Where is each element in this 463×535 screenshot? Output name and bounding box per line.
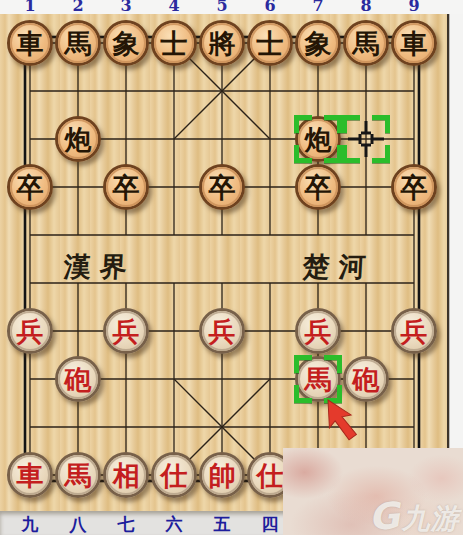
black-piece-將[interactable]: 將 (199, 20, 245, 66)
file-label-bottom: 七 (114, 513, 138, 535)
red-piece-砲[interactable]: 砲 (55, 356, 101, 402)
piece-character: 卒 (17, 174, 44, 201)
piece-character: 卒 (113, 174, 140, 201)
red-piece-兵[interactable]: 兵 (295, 308, 341, 354)
piece-character: 車 (401, 30, 428, 57)
piece-character: 兵 (401, 318, 428, 345)
piece-character: 炮 (65, 126, 92, 153)
black-piece-車[interactable]: 車 (7, 20, 53, 66)
red-piece-帥[interactable]: 帥 (199, 452, 245, 498)
piece-character: 砲 (65, 366, 92, 393)
black-piece-炮[interactable]: 炮 (55, 116, 101, 162)
piece-character: 將 (209, 30, 236, 57)
file-label-top: 9 (404, 0, 424, 14)
piece-character: 兵 (113, 318, 140, 345)
black-piece-象[interactable]: 象 (103, 20, 149, 66)
piece-character: 砲 (353, 366, 380, 393)
file-label-bottom: 四 (258, 513, 282, 535)
river-label-right: 楚河 (302, 249, 388, 279)
file-label-top: 1 (20, 0, 40, 14)
watermark-logo-icon: G (369, 499, 405, 534)
black-piece-士[interactable]: 士 (151, 20, 197, 66)
black-piece-士[interactable]: 士 (247, 20, 293, 66)
red-piece-車[interactable]: 車 (7, 452, 53, 498)
black-piece-卒[interactable]: 卒 (391, 164, 437, 210)
crosshair-cursor-icon (348, 121, 384, 157)
file-label-top: 2 (68, 0, 88, 14)
piece-character: 卒 (305, 174, 332, 201)
watermark-text: 九游 (400, 505, 463, 533)
top-coordinate-strip: 123456789 (0, 0, 463, 14)
file-label-bottom: 五 (210, 513, 234, 535)
piece-character: 士 (161, 30, 188, 57)
file-label-top: 7 (308, 0, 328, 14)
black-piece-卒[interactable]: 卒 (7, 164, 53, 210)
red-piece-仕[interactable]: 仕 (151, 452, 197, 498)
file-label-top: 3 (116, 0, 136, 14)
black-piece-車[interactable]: 車 (391, 20, 437, 66)
piece-character: 士 (257, 30, 284, 57)
piece-character: 車 (17, 30, 44, 57)
piece-character: 象 (305, 30, 332, 57)
piece-character: 馬 (65, 30, 92, 57)
red-piece-兵[interactable]: 兵 (391, 308, 437, 354)
file-label-top: 6 (260, 0, 280, 14)
piece-character: 卒 (209, 174, 236, 201)
site-watermark: G 九游 (368, 500, 463, 533)
xiangqi-app-window: 123456789 漢界 楚河 車馬象士將士象馬車炮炮卒卒卒卒卒兵兵兵兵兵砲馬砲… (0, 0, 463, 535)
piece-character: 兵 (17, 318, 44, 345)
black-piece-卒[interactable]: 卒 (199, 164, 245, 210)
file-label-top: 4 (164, 0, 184, 14)
piece-character: 仕 (161, 462, 188, 489)
file-label-bottom: 八 (66, 513, 90, 535)
window-right-edge (447, 14, 463, 511)
piece-character: 象 (113, 30, 140, 57)
red-piece-兵[interactable]: 兵 (199, 308, 245, 354)
file-label-top: 5 (212, 0, 232, 14)
black-piece-馬[interactable]: 馬 (55, 20, 101, 66)
red-piece-馬[interactable]: 馬 (55, 452, 101, 498)
piece-character: 車 (17, 462, 44, 489)
piece-character: 兵 (209, 318, 236, 345)
piece-character: 兵 (305, 318, 332, 345)
piece-character: 卒 (401, 174, 428, 201)
selection-bracket (294, 115, 342, 163)
piece-character: 仕 (257, 462, 284, 489)
piece-character: 相 (113, 462, 140, 489)
black-piece-馬[interactable]: 馬 (343, 20, 389, 66)
piece-character: 帥 (209, 462, 236, 489)
watermark-blur-patch: G 九游 (283, 448, 463, 535)
file-label-bottom: 九 (18, 513, 42, 535)
red-piece-兵[interactable]: 兵 (103, 308, 149, 354)
black-piece-卒[interactable]: 卒 (295, 164, 341, 210)
file-label-bottom: 六 (162, 513, 186, 535)
piece-character: 馬 (353, 30, 380, 57)
black-piece-卒[interactable]: 卒 (103, 164, 149, 210)
red-piece-兵[interactable]: 兵 (7, 308, 53, 354)
red-piece-相[interactable]: 相 (103, 452, 149, 498)
file-label-top: 8 (356, 0, 376, 14)
river-label-left: 漢界 (63, 249, 149, 279)
black-piece-象[interactable]: 象 (295, 20, 341, 66)
piece-character: 馬 (65, 462, 92, 489)
